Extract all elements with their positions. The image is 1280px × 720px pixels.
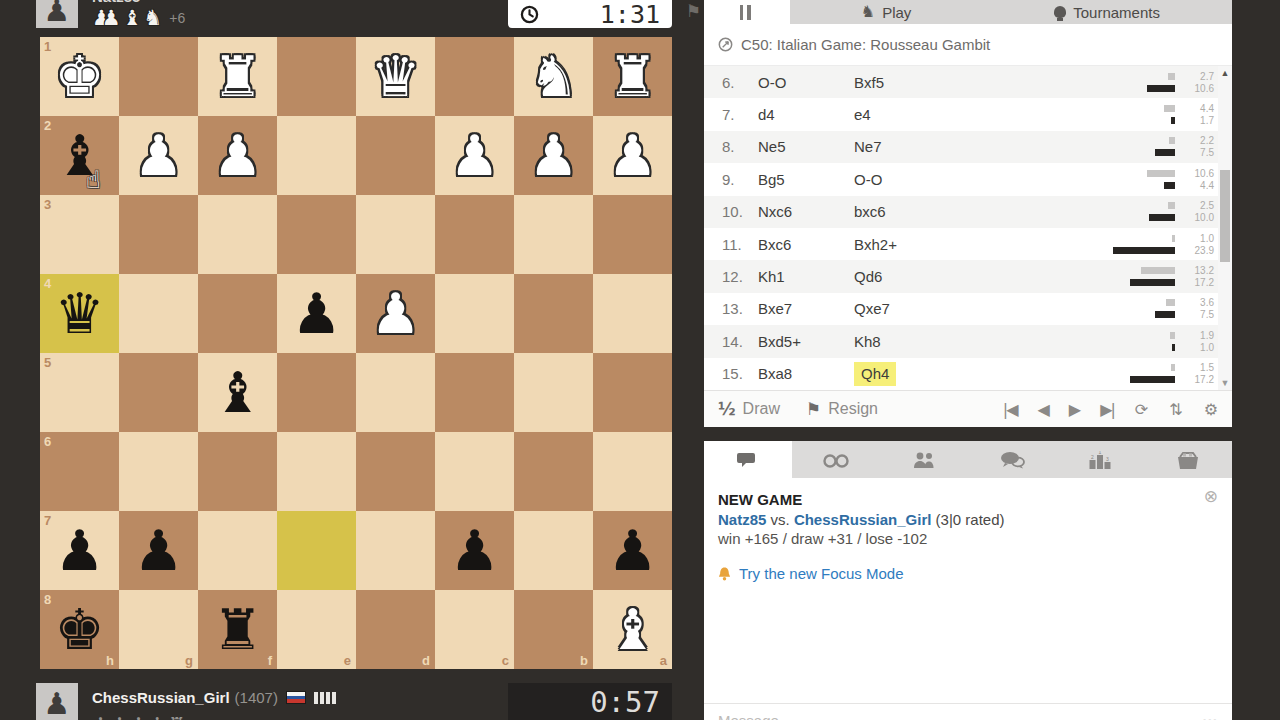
move-number: 6. xyxy=(722,74,758,91)
square-c3[interactable] xyxy=(435,195,514,274)
bottom-captured-pieces: ♟♟♟♝♜ xyxy=(92,713,187,720)
black-time-bar xyxy=(1155,311,1175,318)
black-time-bar xyxy=(1155,149,1175,156)
square-a7[interactable]: ♟ xyxy=(593,511,672,590)
board-icon xyxy=(740,5,755,20)
knight-icon: ♞ xyxy=(861,4,875,20)
square-f1[interactable]: ♜ xyxy=(198,37,277,116)
piece-black-pawn: ♟ xyxy=(449,511,499,590)
black-player-link[interactable]: ChessRussian_Girl xyxy=(794,511,932,528)
white-time-bar xyxy=(1169,137,1175,144)
white-time-bar xyxy=(1141,267,1175,274)
move-row-9: 9.Bg5O-O10.64.4 xyxy=(704,163,1218,195)
square-h3[interactable]: 3 xyxy=(40,195,119,274)
white-time-bar xyxy=(1172,235,1175,242)
piece-white-knight: ♞ xyxy=(528,37,578,116)
piece-black-rook: ♜ xyxy=(212,590,262,669)
chat-bubble-icon xyxy=(737,451,759,468)
piece-black-king: ♚ xyxy=(54,590,104,669)
file-label: d xyxy=(422,653,430,668)
chess-board: 1♚♜♛♞♜2♝♟♟♟♟♟34♛♟♟5♝67♟♟♟♟8h♚gf♜edcba♝ xyxy=(40,37,672,669)
move-number: 11. xyxy=(722,236,758,253)
captured-pawn-icon: ♟ xyxy=(102,8,121,29)
white-move[interactable]: Kh1 xyxy=(758,268,854,285)
time-control: (3|0 rated) xyxy=(936,511,1005,528)
white-move[interactable]: O-O xyxy=(758,74,854,91)
white-move[interactable]: Bxc6 xyxy=(758,236,854,253)
square-g6[interactable] xyxy=(119,432,198,511)
white-move[interactable]: Nxc6 xyxy=(758,203,854,220)
half-icon: ½ xyxy=(718,399,736,419)
square-f7[interactable] xyxy=(198,511,277,590)
move-time-bars: 2.510.0 xyxy=(1149,200,1218,224)
black-time-bar xyxy=(1171,117,1175,124)
time-value: 1.9 xyxy=(1184,330,1214,341)
move-time-bars: 2.710.6 xyxy=(1147,70,1218,94)
white-time-bar xyxy=(1147,170,1175,177)
chat-panel: 1 2 3 ⊗ NEW GAME Natz85 vs. ChessRussian… xyxy=(704,441,1232,720)
piece-black-queen: ♛ xyxy=(54,274,104,353)
rating-change-line: win +165 / draw +31 / lose -102 xyxy=(718,530,1198,547)
black-time-bar xyxy=(1130,279,1175,286)
black-time-bar xyxy=(1172,344,1175,351)
top-clock-time: 1:31 xyxy=(600,0,660,29)
square-g4[interactable] xyxy=(119,274,198,353)
square-d4[interactable]: ♟ xyxy=(356,274,435,353)
piece-black-bishop: ♝ xyxy=(212,353,262,432)
square-g8[interactable]: g xyxy=(119,590,198,669)
white-time-bar xyxy=(1170,332,1175,339)
match-line: Natz85 vs. ChessRussian_Girl (3|0 rated) xyxy=(718,511,1198,528)
move-list-scrollbar[interactable]: ▲ ▼ xyxy=(1218,66,1232,390)
white-move[interactable]: Bxe7 xyxy=(758,300,854,317)
square-d1[interactable]: ♛ xyxy=(356,37,435,116)
black-time-bar xyxy=(1164,182,1175,189)
square-g7[interactable]: ♟ xyxy=(119,511,198,590)
time-value: 1.0 xyxy=(1184,233,1214,244)
rematch-icon[interactable]: ⟳ xyxy=(1135,400,1148,419)
square-f3[interactable] xyxy=(198,195,277,274)
scroll-down-icon[interactable]: ▼ xyxy=(1218,378,1232,388)
rank-label: 6 xyxy=(44,434,51,449)
svg-text:2: 2 xyxy=(1091,454,1094,460)
piece-white-rook: ♜ xyxy=(212,37,262,116)
time-value: 17.2 xyxy=(1184,374,1214,385)
square-h5[interactable]: 5 xyxy=(40,353,119,432)
bottom-clock-time: 0:57 xyxy=(590,685,660,719)
square-c7[interactable]: ♟ xyxy=(435,511,514,590)
piece-black-pawn: ♟ xyxy=(54,511,104,590)
black-time-bar xyxy=(1113,247,1175,254)
time-value: 7.5 xyxy=(1184,309,1214,320)
bottom-player-avatar[interactable]: ♟ xyxy=(36,683,78,720)
rank-label: 8 xyxy=(44,592,51,607)
black-move[interactable]: Ne7 xyxy=(854,138,974,155)
file-label: f xyxy=(268,653,272,668)
square-d8[interactable]: d xyxy=(356,590,435,669)
draw-button[interactable]: ½ Draw xyxy=(718,399,780,419)
time-value: 10.0 xyxy=(1184,212,1214,223)
black-move[interactable]: Bxf5 xyxy=(854,74,974,91)
square-a3[interactable] xyxy=(593,195,672,274)
square-e1[interactable] xyxy=(277,37,356,116)
black-time-bar xyxy=(1130,376,1175,383)
square-f5[interactable]: ♝ xyxy=(198,353,277,432)
piece-black-pawn: ♟ xyxy=(133,511,183,590)
move-row-6: 6.O-OBxf52.710.6 xyxy=(704,66,1218,98)
file-label: a xyxy=(660,653,667,668)
white-player-link[interactable]: Natz85 xyxy=(718,511,766,528)
square-c6[interactable] xyxy=(435,432,514,511)
file-label: c xyxy=(502,653,509,668)
trophy-icon xyxy=(1054,6,1066,18)
square-d2[interactable] xyxy=(356,116,435,195)
move-time-bars: 1.023.9 xyxy=(1113,232,1218,256)
square-c5[interactable] xyxy=(435,353,514,432)
square-b2[interactable]: ♟ xyxy=(514,116,593,195)
square-h8[interactable]: 8h♚ xyxy=(40,590,119,669)
disable-chat-icon[interactable]: ⊗ xyxy=(1204,486,1218,506)
opening-name: C50: Italian Game: Rousseau Gambit xyxy=(741,36,990,53)
tab-games-box[interactable] xyxy=(1144,441,1232,478)
stats-podium-icon: 1 2 3 xyxy=(1089,451,1111,469)
flip-board-icon[interactable]: ⇅ xyxy=(1169,400,1182,419)
material-advantage: +6 xyxy=(169,10,185,26)
white-time-bar xyxy=(1166,299,1175,306)
tab-players[interactable] xyxy=(880,441,968,478)
focus-mode-link[interactable]: Try the new Focus Mode xyxy=(718,565,1198,582)
square-e5[interactable] xyxy=(277,353,356,432)
square-h7[interactable]: 7♟ xyxy=(40,511,119,590)
white-time-bar xyxy=(1171,364,1175,371)
square-e3[interactable] xyxy=(277,195,356,274)
square-c8[interactable]: c xyxy=(435,590,514,669)
time-value: 1.7 xyxy=(1184,115,1214,126)
square-d5[interactable] xyxy=(356,353,435,432)
scroll-up-icon[interactable]: ▲ xyxy=(1218,68,1232,78)
square-a6[interactable] xyxy=(593,432,672,511)
move-time-bars: 13.217.2 xyxy=(1130,265,1218,289)
time-value: 2.7 xyxy=(1184,71,1214,82)
black-time-bar xyxy=(1149,214,1175,221)
square-a8[interactable]: a♝ xyxy=(593,590,672,669)
move-row-12: 12.Kh1Qd613.217.2 xyxy=(704,260,1218,292)
white-time-bar xyxy=(1164,105,1175,112)
square-g2[interactable]: ♟ xyxy=(119,116,198,195)
black-move[interactable]: Qd6 xyxy=(854,268,974,285)
time-value: 2.2 xyxy=(1184,135,1214,146)
square-g3[interactable] xyxy=(119,195,198,274)
time-value: 4.4 xyxy=(1184,180,1214,191)
white-move[interactable]: Bxd5+ xyxy=(758,333,854,350)
time-value: 17.2 xyxy=(1184,277,1214,288)
square-e4[interactable]: ♟ xyxy=(277,274,356,353)
white-time-bar xyxy=(1168,202,1175,209)
square-d6[interactable] xyxy=(356,432,435,511)
white-time-bar xyxy=(1168,73,1175,80)
file-label: e xyxy=(344,653,351,668)
square-f4[interactable] xyxy=(198,274,277,353)
square-c1[interactable] xyxy=(435,37,514,116)
square-f2[interactable]: ♟ xyxy=(198,116,277,195)
move-number: 7. xyxy=(722,106,758,123)
black-move[interactable]: e4 xyxy=(854,106,974,123)
square-g1[interactable] xyxy=(119,37,198,116)
white-move[interactable]: Ne5 xyxy=(758,138,854,155)
time-value: 3.6 xyxy=(1184,297,1214,308)
piece-white-pawn: ♟ xyxy=(528,116,578,195)
time-value: 13.2 xyxy=(1184,265,1214,276)
captured-knight-icon: ♞ xyxy=(143,8,162,29)
square-b1[interactable]: ♞ xyxy=(514,37,593,116)
move-row-8: 8.Ne5Ne72.27.5 xyxy=(704,131,1218,163)
move-number: 13. xyxy=(722,300,758,317)
white-move[interactable]: Bxa8 xyxy=(758,365,854,382)
square-a1[interactable]: ♜ xyxy=(593,37,672,116)
square-b3[interactable] xyxy=(514,195,593,274)
file-label: g xyxy=(185,653,193,668)
square-b6[interactable] xyxy=(514,432,593,511)
rank-label: 3 xyxy=(44,197,51,212)
move-time-bars: 1.517.2 xyxy=(1130,362,1218,386)
chat-more-button[interactable]: ... xyxy=(1202,708,1218,720)
square-e2[interactable] xyxy=(277,116,356,195)
bottom-player-clock: 0:57 xyxy=(508,683,672,720)
black-move[interactable]: Qxe7 xyxy=(854,300,974,317)
chess-app: ♟ Natz85 ♟♟♝♞+6 1:31 ⚑ 1♚♜♛♞♜2♝♟♟♟♟♟34♛♟… xyxy=(0,0,1280,720)
binoculars-icon xyxy=(823,452,849,468)
move-number: 8. xyxy=(722,138,758,155)
move-number: 10. xyxy=(722,203,758,220)
tab-play[interactable]: ♞ Play xyxy=(790,0,982,24)
rank-label: 4 xyxy=(44,276,51,291)
top-player-clock: 1:31 xyxy=(508,0,672,28)
tab-chat[interactable] xyxy=(704,441,792,478)
piece-white-pawn: ♟ xyxy=(133,116,183,195)
opening-name-row: C50: Italian Game: Rousseau Gambit xyxy=(704,24,1232,66)
square-e6[interactable] xyxy=(277,432,356,511)
opening-explorer-icon xyxy=(718,37,733,52)
square-b5[interactable] xyxy=(514,353,593,432)
time-value: 10.6 xyxy=(1184,168,1214,179)
piece-white-pawn: ♟ xyxy=(212,116,262,195)
white-move[interactable]: d4 xyxy=(758,106,854,123)
square-c2[interactable]: ♟ xyxy=(435,116,514,195)
piece-white-rook: ♜ xyxy=(607,37,657,116)
piece-white-pawn: ♟ xyxy=(607,116,657,195)
move-number: 12. xyxy=(722,268,758,285)
piece-white-king: ♚ xyxy=(54,37,104,116)
hand-cursor-icon: ☝ xyxy=(86,166,101,194)
square-e7[interactable] xyxy=(277,511,356,590)
square-a5[interactable] xyxy=(593,353,672,432)
square-a2[interactable]: ♟ xyxy=(593,116,672,195)
black-move[interactable]: Kh8 xyxy=(854,333,974,350)
black-move[interactable]: Qh4 xyxy=(854,365,974,382)
piece-white-queen: ♛ xyxy=(370,37,420,116)
square-b4[interactable] xyxy=(514,274,593,353)
move-time-bars: 3.67.5 xyxy=(1155,297,1218,321)
move-time-bars: 1.91.0 xyxy=(1170,329,1218,353)
tab-spectators[interactable] xyxy=(792,441,880,478)
black-time-bar xyxy=(1147,85,1175,92)
piece-white-pawn: ♟ xyxy=(370,274,420,353)
square-f6[interactable] xyxy=(198,432,277,511)
top-player-avatar[interactable]: ♟ xyxy=(36,0,78,28)
piece-white-pawn: ♟ xyxy=(449,116,499,195)
russia-flag-icon xyxy=(286,691,306,704)
last-move-button[interactable]: ▶| xyxy=(1100,400,1114,419)
time-value: 10.6 xyxy=(1184,83,1214,94)
clock-icon xyxy=(520,5,539,24)
bell-icon xyxy=(718,567,731,581)
square-a4[interactable] xyxy=(593,274,672,353)
move-list: 6.O-OBxf52.710.67.d4e44.41.78.Ne5Ne72.27… xyxy=(704,66,1218,390)
settings-gear-icon[interactable]: ⚙ xyxy=(1204,400,1218,419)
square-b8[interactable]: b xyxy=(514,590,593,669)
black-move[interactable]: Bxh2+ xyxy=(854,236,974,253)
square-b7[interactable] xyxy=(514,511,593,590)
move-row-11: 11.Bxc6Bxh2+1.023.9 xyxy=(704,228,1218,260)
rank-label: 2 xyxy=(44,118,51,133)
resign-button[interactable]: ⚑ Resign xyxy=(806,399,878,419)
piece-black-pawn: ♟ xyxy=(607,511,657,590)
white-move[interactable]: Bg5 xyxy=(758,171,854,188)
square-c4[interactable] xyxy=(435,274,514,353)
rank-label: 5 xyxy=(44,355,51,370)
time-value: 23.9 xyxy=(1184,245,1214,256)
resign-flag-icon: ⚑ xyxy=(806,399,821,419)
time-value: 2.5 xyxy=(1184,200,1214,211)
square-e8[interactable]: e xyxy=(277,590,356,669)
tab-stats[interactable]: 1 2 3 xyxy=(1056,441,1144,478)
file-label: h xyxy=(106,653,114,668)
square-h1[interactable]: 1♚ xyxy=(40,37,119,116)
time-value: 1.5 xyxy=(1184,362,1214,373)
games-box-icon xyxy=(1176,451,1200,469)
time-value: 4.4 xyxy=(1184,103,1214,114)
square-d3[interactable] xyxy=(356,195,435,274)
players-icon xyxy=(912,452,936,468)
tab-tournaments[interactable]: Tournaments xyxy=(982,0,1232,24)
time-value: 1.0 xyxy=(1184,342,1214,353)
corner-flag-icon: ⚑ xyxy=(686,1,701,21)
chat-rooms-icon xyxy=(999,451,1025,469)
move-time-bars: 4.41.7 xyxy=(1164,103,1218,127)
piece-black-pawn: ♟ xyxy=(291,274,341,353)
file-label: b xyxy=(580,653,588,668)
svg-text:3: 3 xyxy=(1106,456,1109,462)
rank-label: 1 xyxy=(44,39,51,54)
black-move[interactable]: O-O xyxy=(854,171,974,188)
game-panel: ♞ Play Tournaments C50: Italian Game: Ro… xyxy=(704,0,1232,427)
svg-text:1: 1 xyxy=(1099,451,1102,455)
square-g5[interactable] xyxy=(119,353,198,432)
square-d7[interactable] xyxy=(356,511,435,590)
move-row-10: 10.Nxc6bxc62.510.0 xyxy=(704,196,1218,228)
move-number: 9. xyxy=(722,171,758,188)
move-row-14: 14.Bxd5+Kh81.91.0 xyxy=(704,325,1218,357)
scrollbar-thumb[interactable] xyxy=(1220,170,1230,262)
tab-game[interactable] xyxy=(704,0,790,24)
bottom-player-name[interactable]: ChessRussian_Girl xyxy=(92,689,230,706)
previous-move-button[interactable]: ◀ xyxy=(1038,400,1048,419)
black-move[interactable]: bxc6 xyxy=(854,203,974,220)
move-row-7: 7.d4e44.41.7 xyxy=(704,98,1218,130)
next-move-button[interactable]: ▶ xyxy=(1069,400,1079,419)
move-number: 15. xyxy=(722,365,758,382)
square-f8[interactable]: f♜ xyxy=(198,590,277,669)
tab-rooms[interactable] xyxy=(968,441,1056,478)
move-number: 14. xyxy=(722,333,758,350)
bottom-player-rating: (1407) xyxy=(235,689,278,706)
square-h2[interactable]: 2♝ xyxy=(40,116,119,195)
move-time-bars: 10.64.4 xyxy=(1147,167,1218,191)
move-row-13: 13.Bxe7Qxe73.67.5 xyxy=(704,293,1218,325)
captured-bishop-icon: ♝ xyxy=(123,8,142,29)
new-game-title: NEW GAME xyxy=(718,491,1198,508)
message-input[interactable]: Message... xyxy=(718,712,791,720)
square-h6[interactable]: 6 xyxy=(40,432,119,511)
square-h4[interactable]: 4♛ xyxy=(40,274,119,353)
connection-signal-icon xyxy=(314,692,336,704)
top-captured-pieces: ♟♟♝♞+6 xyxy=(92,5,185,31)
rank-label: 7 xyxy=(44,513,51,528)
first-move-button[interactable]: |◀ xyxy=(1003,400,1017,419)
move-time-bars: 2.27.5 xyxy=(1155,135,1218,159)
time-value: 7.5 xyxy=(1184,147,1214,158)
piece-white-bishop: ♝ xyxy=(607,590,657,669)
move-row-15: 15.Bxa8Qh41.517.2 xyxy=(704,358,1218,390)
